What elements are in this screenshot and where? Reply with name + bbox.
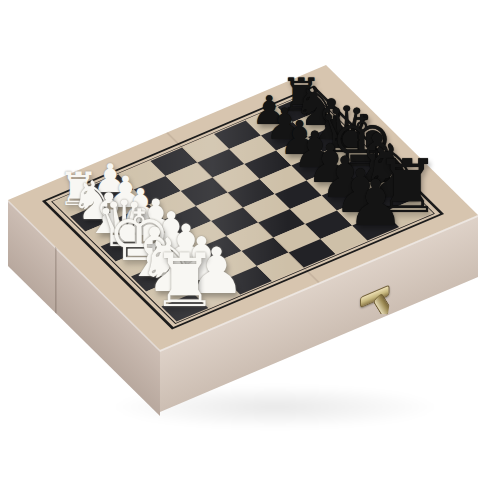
box-fold-seam [55, 246, 56, 313]
product-photo: ♜♟♞♟♝♟♛♟♚♟♝♟♟♞♜♟♟♜♞♟♟♝♟♛♟♚♟♝♟♞♟♜ [0, 0, 500, 500]
